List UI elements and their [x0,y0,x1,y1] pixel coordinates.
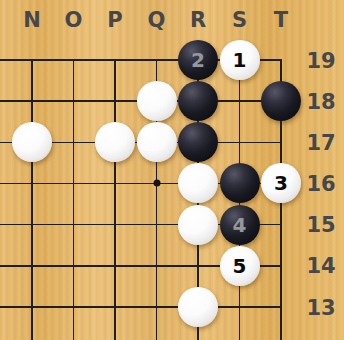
board-cell-P14[interactable] [94,245,136,286]
board-cell-Q13[interactable] [136,286,178,327]
board-cell-N14[interactable] [11,245,53,286]
column-label-S: S [232,8,247,32]
board-cell-R15[interactable] [177,204,219,245]
row-label-17: 17 [306,131,335,155]
board-cell-O17[interactable] [53,122,95,163]
board-cell-S19[interactable]: 1 [219,39,261,80]
black-stone-S15[interactable]: 4 [220,205,260,245]
board-cell-R13[interactable] [177,286,219,327]
white-stone-Q18[interactable] [137,81,177,121]
move-number: 4 [233,215,247,235]
board-cell-P15[interactable] [94,204,136,245]
board-grid: 21345 [11,39,302,327]
board-cell-P13[interactable] [94,286,136,327]
move-number: 3 [274,173,288,193]
board-cell-T17[interactable] [260,122,302,163]
board-cell-T18[interactable] [260,81,302,122]
column-label-R: R [190,8,206,32]
board-cell-T15[interactable] [260,204,302,245]
board-cell-R19[interactable]: 2 [177,39,219,80]
board-cell-Q15[interactable] [136,204,178,245]
white-stone-N17[interactable] [12,122,52,162]
board-cell-N18[interactable] [11,81,53,122]
go-board-diagram: NOPQRST19181716151413 21345 [0,0,344,340]
white-stone-R13[interactable] [178,287,218,327]
board-cell-S15[interactable]: 4 [219,204,261,245]
board-cell-Q18[interactable] [136,81,178,122]
board-cell-R14[interactable] [177,245,219,286]
column-label-N: N [23,8,41,32]
white-stone-T16[interactable]: 3 [261,163,301,203]
board-cell-T16[interactable]: 3 [260,163,302,204]
board-cell-O18[interactable] [53,81,95,122]
board-cell-P19[interactable] [94,39,136,80]
row-label-16: 16 [306,172,335,196]
board-cell-P17[interactable] [94,122,136,163]
board-cell-Q16[interactable] [136,163,178,204]
white-stone-R16[interactable] [178,163,218,203]
black-stone-R17[interactable] [178,122,218,162]
board-cell-S16[interactable] [219,163,261,204]
move-number: 1 [233,50,247,70]
column-label-T: T [274,8,288,32]
board-cell-O13[interactable] [53,286,95,327]
row-label-18: 18 [306,90,335,114]
white-stone-S14[interactable]: 5 [220,246,260,286]
board-cell-O16[interactable] [53,163,95,204]
board-cell-O19[interactable] [53,39,95,80]
black-stone-S16[interactable] [220,163,260,203]
board-cell-R18[interactable] [177,81,219,122]
board-cell-Q14[interactable] [136,245,178,286]
board-cell-O15[interactable] [53,204,95,245]
white-stone-Q17[interactable] [137,122,177,162]
row-label-19: 19 [306,49,335,73]
board-cell-R16[interactable] [177,163,219,204]
black-stone-R19[interactable]: 2 [178,40,218,80]
white-stone-S19[interactable]: 1 [220,40,260,80]
black-stone-R18[interactable] [178,81,218,121]
row-label-15: 15 [306,213,335,237]
board-cell-N15[interactable] [11,204,53,245]
board-cell-T14[interactable] [260,245,302,286]
board-cell-N19[interactable] [11,39,53,80]
column-label-Q: Q [148,8,166,32]
row-label-13: 13 [306,296,335,320]
board-cell-N16[interactable] [11,163,53,204]
board-cell-N13[interactable] [11,286,53,327]
white-stone-R15[interactable] [178,205,218,245]
move-number: 5 [233,256,247,276]
board-cell-Q19[interactable] [136,39,178,80]
star-point-Q16 [153,180,160,187]
black-stone-T18[interactable] [261,81,301,121]
board-cell-P16[interactable] [94,163,136,204]
board-cell-Q17[interactable] [136,122,178,163]
board-cell-N17[interactable] [11,122,53,163]
board-cell-S17[interactable] [219,122,261,163]
board-cell-R17[interactable] [177,122,219,163]
column-label-O: O [65,8,83,32]
white-stone-P17[interactable] [95,122,135,162]
board-cell-T13[interactable] [260,286,302,327]
board-cell-S13[interactable] [219,286,261,327]
board-cell-T19[interactable] [260,39,302,80]
row-label-14: 14 [306,254,335,278]
board-cell-P18[interactable] [94,81,136,122]
board-cell-S14[interactable]: 5 [219,245,261,286]
column-label-P: P [107,8,122,32]
board-cell-O14[interactable] [53,245,95,286]
move-number: 2 [191,50,205,70]
board-cell-S18[interactable] [219,81,261,122]
